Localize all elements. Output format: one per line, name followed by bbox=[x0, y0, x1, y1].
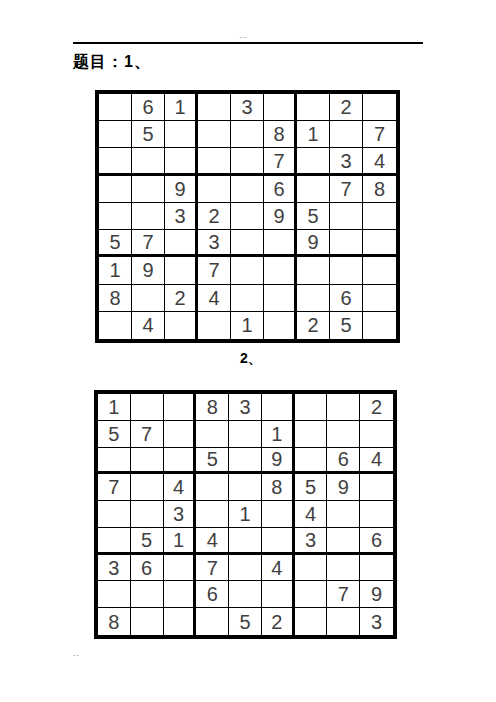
cell-r7c4: 7 bbox=[198, 257, 231, 284]
cell-r3c6: 9 bbox=[262, 448, 295, 475]
cell-r7c1: 3 bbox=[98, 555, 131, 582]
cell-r9c5: 5 bbox=[229, 608, 262, 635]
cell-r2c9: 7 bbox=[363, 121, 396, 148]
cell-r8c3 bbox=[164, 581, 197, 608]
cell-r6c9 bbox=[363, 230, 396, 257]
cell-r8c7 bbox=[295, 581, 328, 608]
cell-r3c8: 3 bbox=[330, 148, 363, 175]
cell-r9c8 bbox=[327, 608, 360, 635]
cell-r1c5: 3 bbox=[231, 94, 264, 121]
cell-r9c5: 1 bbox=[231, 312, 264, 339]
cell-r7c5 bbox=[231, 257, 264, 284]
cell-r1c4 bbox=[198, 94, 231, 121]
document-page: -- 题目：1、 6132581773496783295573919782464… bbox=[0, 0, 496, 702]
cell-r8c2 bbox=[131, 581, 164, 608]
cell-r7c5 bbox=[229, 555, 262, 582]
cell-r9c2 bbox=[131, 608, 164, 635]
cell-r1c7 bbox=[295, 394, 328, 421]
page-title: 题目：1、 bbox=[73, 52, 151, 73]
cell-r9c8: 5 bbox=[330, 312, 363, 339]
cell-r5c9 bbox=[360, 501, 393, 528]
cell-r3c1 bbox=[99, 148, 132, 175]
cell-r4c5 bbox=[229, 474, 262, 501]
cell-r4c4 bbox=[196, 474, 229, 501]
cell-r9c4 bbox=[198, 312, 231, 339]
cell-r1c8: 2 bbox=[330, 94, 363, 121]
cell-r2c2: 7 bbox=[131, 421, 164, 448]
cell-r3c4: 5 bbox=[196, 448, 229, 475]
cell-r8c9: 9 bbox=[360, 581, 393, 608]
cell-r6c1 bbox=[98, 528, 131, 555]
cell-r4c8: 7 bbox=[330, 176, 363, 203]
cell-r7c6 bbox=[264, 257, 297, 284]
cell-r8c6 bbox=[264, 285, 297, 312]
cell-r6c4: 4 bbox=[196, 528, 229, 555]
cell-r3c3 bbox=[164, 448, 197, 475]
cell-r9c9 bbox=[363, 312, 396, 339]
cell-r3c7 bbox=[295, 448, 328, 475]
cell-r1c2: 6 bbox=[132, 94, 165, 121]
cell-r2c9 bbox=[360, 421, 393, 448]
cell-r5c6 bbox=[262, 501, 295, 528]
cell-r4c1: 7 bbox=[98, 474, 131, 501]
cell-r8c1: 8 bbox=[99, 285, 132, 312]
cell-r3c3 bbox=[165, 148, 198, 175]
cell-r5c3: 3 bbox=[164, 501, 197, 528]
cell-r3c9: 4 bbox=[363, 148, 396, 175]
cell-r7c2: 6 bbox=[131, 555, 164, 582]
cell-r5c4: 2 bbox=[198, 203, 231, 230]
cell-r1c1 bbox=[99, 94, 132, 121]
cell-r3c6: 7 bbox=[264, 148, 297, 175]
cell-r6c4: 3 bbox=[198, 230, 231, 257]
puzzle-2-label: 2、 bbox=[240, 350, 262, 368]
cell-r5c2 bbox=[131, 501, 164, 528]
header-mark: -- bbox=[240, 32, 247, 41]
cell-r2c5 bbox=[229, 421, 262, 448]
cell-r4c9 bbox=[360, 474, 393, 501]
cell-r9c3 bbox=[164, 608, 197, 635]
cell-r4c9: 8 bbox=[363, 176, 396, 203]
cell-r2c4 bbox=[196, 421, 229, 448]
cell-r6c1: 5 bbox=[99, 230, 132, 257]
cell-r7c3 bbox=[165, 257, 198, 284]
cell-r4c4 bbox=[198, 176, 231, 203]
cell-r9c6: 2 bbox=[262, 608, 295, 635]
cell-r6c7: 9 bbox=[297, 230, 330, 257]
cell-r5c9 bbox=[363, 203, 396, 230]
cell-r8c1 bbox=[98, 581, 131, 608]
cell-r1c2 bbox=[131, 394, 164, 421]
cell-r9c1: 8 bbox=[98, 608, 131, 635]
sudoku-grid-2: 18325715964748593145143636746798523 bbox=[94, 390, 397, 639]
cell-r8c5 bbox=[229, 581, 262, 608]
cell-r1c3: 1 bbox=[165, 94, 198, 121]
cell-r8c9 bbox=[363, 285, 396, 312]
cell-r6c2: 5 bbox=[131, 528, 164, 555]
cell-r6c5 bbox=[231, 230, 264, 257]
sudoku-grid-1: 6132581773496783295573919782464125 bbox=[95, 90, 400, 343]
cell-r7c4: 7 bbox=[196, 555, 229, 582]
cell-r3c9: 4 bbox=[360, 448, 393, 475]
cell-r8c2 bbox=[132, 285, 165, 312]
cell-r1c6 bbox=[262, 394, 295, 421]
cell-r8c5 bbox=[231, 285, 264, 312]
cell-r9c2: 4 bbox=[132, 312, 165, 339]
cell-r1c1: 1 bbox=[98, 394, 131, 421]
cell-r8c7 bbox=[297, 285, 330, 312]
cell-r5c1 bbox=[98, 501, 131, 528]
cell-r6c8 bbox=[330, 230, 363, 257]
cell-r7c1: 1 bbox=[99, 257, 132, 284]
cell-r4c1 bbox=[99, 176, 132, 203]
cell-r2c7 bbox=[295, 421, 328, 448]
cell-r4c6: 8 bbox=[262, 474, 295, 501]
header-rule bbox=[73, 42, 423, 44]
footer-mark: .. bbox=[73, 648, 80, 658]
cell-r3c2 bbox=[131, 448, 164, 475]
cell-r2c3 bbox=[164, 421, 197, 448]
cell-r5c1 bbox=[99, 203, 132, 230]
cell-r6c3: 1 bbox=[164, 528, 197, 555]
cell-r7c8 bbox=[330, 257, 363, 284]
cell-r5c7: 4 bbox=[295, 501, 328, 528]
cell-r3c5 bbox=[231, 148, 264, 175]
cell-r4c8: 9 bbox=[327, 474, 360, 501]
cell-r2c6: 8 bbox=[264, 121, 297, 148]
cell-r5c5 bbox=[231, 203, 264, 230]
cell-r9c3 bbox=[165, 312, 198, 339]
cell-r8c3: 2 bbox=[165, 285, 198, 312]
cell-r1c9: 2 bbox=[360, 394, 393, 421]
cell-r6c8 bbox=[327, 528, 360, 555]
cell-r9c7 bbox=[295, 608, 328, 635]
cell-r9c4 bbox=[196, 608, 229, 635]
cell-r1c8 bbox=[327, 394, 360, 421]
cell-r8c8: 6 bbox=[330, 285, 363, 312]
cell-r3c2 bbox=[132, 148, 165, 175]
cell-r7c3 bbox=[164, 555, 197, 582]
cell-r5c2 bbox=[132, 203, 165, 230]
cell-r4c6: 6 bbox=[264, 176, 297, 203]
cell-r6c9: 6 bbox=[360, 528, 393, 555]
cell-r1c7 bbox=[297, 94, 330, 121]
cell-r3c1 bbox=[98, 448, 131, 475]
cell-r5c5: 1 bbox=[229, 501, 262, 528]
cell-r2c7: 1 bbox=[297, 121, 330, 148]
cell-r9c9: 3 bbox=[360, 608, 393, 635]
cell-r5c4 bbox=[196, 501, 229, 528]
cell-r6c2: 7 bbox=[132, 230, 165, 257]
cell-r7c8 bbox=[327, 555, 360, 582]
cell-r3c4 bbox=[198, 148, 231, 175]
cell-r5c6: 9 bbox=[264, 203, 297, 230]
cell-r6c3 bbox=[165, 230, 198, 257]
cell-r2c1: 5 bbox=[98, 421, 131, 448]
cell-r1c9 bbox=[363, 94, 396, 121]
cell-r6c5 bbox=[229, 528, 262, 555]
cell-r8c4: 6 bbox=[196, 581, 229, 608]
cell-r1c6 bbox=[264, 94, 297, 121]
cell-r6c7: 3 bbox=[295, 528, 328, 555]
cell-r4c3: 9 bbox=[165, 176, 198, 203]
cell-r9c6 bbox=[264, 312, 297, 339]
cell-r2c8 bbox=[327, 421, 360, 448]
cell-r7c7 bbox=[295, 555, 328, 582]
cell-r5c7: 5 bbox=[297, 203, 330, 230]
cell-r9c7: 2 bbox=[297, 312, 330, 339]
cell-r3c8: 6 bbox=[327, 448, 360, 475]
cell-r2c8 bbox=[330, 121, 363, 148]
cell-r2c3 bbox=[165, 121, 198, 148]
cell-r7c9 bbox=[360, 555, 393, 582]
cell-r4c7: 5 bbox=[295, 474, 328, 501]
cell-r7c6: 4 bbox=[262, 555, 295, 582]
cell-r8c8: 7 bbox=[327, 581, 360, 608]
cell-r5c8 bbox=[327, 501, 360, 528]
cell-r6c6 bbox=[262, 528, 295, 555]
cell-r5c8 bbox=[330, 203, 363, 230]
cell-r1c5: 3 bbox=[229, 394, 262, 421]
cell-r2c1 bbox=[99, 121, 132, 148]
cell-r4c2 bbox=[131, 474, 164, 501]
cell-r9c1 bbox=[99, 312, 132, 339]
cell-r4c3: 4 bbox=[164, 474, 197, 501]
cell-r1c3 bbox=[164, 394, 197, 421]
cell-r7c9 bbox=[363, 257, 396, 284]
cell-r4c7 bbox=[297, 176, 330, 203]
cell-r2c5 bbox=[231, 121, 264, 148]
cell-r3c7 bbox=[297, 148, 330, 175]
cell-r5c3: 3 bbox=[165, 203, 198, 230]
cell-r1c4: 8 bbox=[196, 394, 229, 421]
cell-r2c2: 5 bbox=[132, 121, 165, 148]
cell-r4c5 bbox=[231, 176, 264, 203]
cell-r8c4: 4 bbox=[198, 285, 231, 312]
cell-r7c7 bbox=[297, 257, 330, 284]
cell-r3c5 bbox=[229, 448, 262, 475]
cell-r2c4 bbox=[198, 121, 231, 148]
cell-r4c2 bbox=[132, 176, 165, 203]
cell-r7c2: 9 bbox=[132, 257, 165, 284]
cell-r8c6 bbox=[262, 581, 295, 608]
cell-r2c6: 1 bbox=[262, 421, 295, 448]
cell-r6c6 bbox=[264, 230, 297, 257]
